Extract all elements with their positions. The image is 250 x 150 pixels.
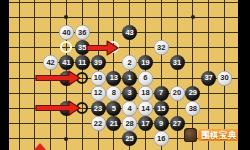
left-letterbox-bar bbox=[0, 0, 9, 150]
move-arrow bbox=[36, 100, 82, 116]
stone-28[interactable]: 28 bbox=[122, 116, 137, 131]
stone-20[interactable]: 20 bbox=[170, 86, 185, 101]
stone-number: 30 bbox=[220, 74, 228, 82]
stone-4[interactable]: 4 bbox=[122, 101, 137, 116]
stone-number: 23 bbox=[94, 105, 102, 113]
stone-number: 25 bbox=[125, 135, 133, 143]
stone-6[interactable]: 6 bbox=[138, 71, 153, 86]
stone-number: 42 bbox=[46, 59, 54, 67]
stone-16[interactable]: 16 bbox=[154, 131, 169, 146]
stone-21[interactable]: 21 bbox=[106, 116, 121, 131]
stone-29[interactable]: 29 bbox=[185, 86, 200, 101]
stone-10[interactable]: 10 bbox=[91, 71, 106, 86]
stone-23[interactable]: 23 bbox=[91, 101, 106, 116]
stone-number: 43 bbox=[125, 29, 133, 37]
stone-number: 37 bbox=[204, 74, 212, 82]
stone-number: 19 bbox=[141, 59, 149, 67]
stone-22[interactable]: 22 bbox=[91, 116, 106, 131]
stone-number: 31 bbox=[173, 59, 181, 67]
move-arrow bbox=[87, 40, 120, 56]
stone-number: 20 bbox=[173, 89, 181, 97]
grid-line bbox=[9, 2, 238, 3]
stone-8[interactable]: 8 bbox=[106, 86, 121, 101]
stone-number: 17 bbox=[141, 120, 149, 128]
stone-number: 22 bbox=[94, 120, 102, 128]
stone-19[interactable]: 19 bbox=[138, 55, 153, 70]
stone-number: 12 bbox=[94, 89, 102, 97]
stone-number: 41 bbox=[62, 59, 70, 67]
stone-2[interactable]: 2 bbox=[122, 55, 137, 70]
stone-number: 14 bbox=[141, 105, 149, 113]
stone-7[interactable]: 7 bbox=[154, 86, 169, 101]
stone-number: 13 bbox=[110, 74, 118, 82]
star-point bbox=[64, 15, 68, 19]
stone-number: 8 bbox=[112, 89, 116, 97]
stone-number: 10 bbox=[94, 74, 102, 82]
app-watermark: 围棋宝典 bbox=[184, 128, 240, 142]
stone-30[interactable]: 30 bbox=[217, 71, 232, 86]
grid-line bbox=[19, 0, 20, 150]
stone-14[interactable]: 14 bbox=[138, 101, 153, 116]
stone-number: 4 bbox=[128, 105, 132, 113]
stone-number: 39 bbox=[94, 59, 102, 67]
partial-arrow-icon bbox=[33, 143, 47, 150]
stone-number: 40 bbox=[62, 29, 70, 37]
stone-number: 32 bbox=[157, 44, 165, 52]
stone-1[interactable]: 1 bbox=[122, 71, 137, 86]
stone-43[interactable]: 43 bbox=[122, 25, 137, 40]
stone-number: 5 bbox=[112, 105, 116, 113]
stone-36[interactable]: 36 bbox=[75, 25, 90, 40]
stone-number: 35 bbox=[78, 44, 86, 52]
stone-number: 38 bbox=[189, 105, 197, 113]
stone-38[interactable]: 38 bbox=[185, 101, 200, 116]
stone-39[interactable]: 39 bbox=[91, 55, 106, 70]
stone-41[interactable]: 41 bbox=[59, 55, 74, 70]
grid-line bbox=[9, 47, 238, 48]
move-arrow bbox=[36, 70, 82, 86]
stone-25[interactable]: 25 bbox=[122, 131, 137, 146]
stone-37[interactable]: 37 bbox=[201, 71, 216, 86]
stone-13[interactable]: 13 bbox=[106, 71, 121, 86]
stone-number: 29 bbox=[189, 89, 197, 97]
stone-number: 2 bbox=[128, 59, 132, 67]
stone-number: 7 bbox=[159, 89, 163, 97]
stone-32[interactable]: 32 bbox=[154, 40, 169, 55]
stone-number: 15 bbox=[157, 105, 165, 113]
stone-number: 11 bbox=[78, 59, 86, 67]
stone-5[interactable]: 5 bbox=[106, 101, 121, 116]
stone-9[interactable]: 9 bbox=[154, 116, 169, 131]
go-board-view: 4036433532424111392193110131637301283187… bbox=[0, 0, 250, 150]
stone-number: 6 bbox=[143, 74, 147, 82]
watermark-label: 围棋宝典 bbox=[198, 129, 240, 142]
stone-number: 36 bbox=[78, 29, 86, 37]
stone-18[interactable]: 18 bbox=[138, 86, 153, 101]
grid-line bbox=[9, 17, 238, 18]
stone-42[interactable]: 42 bbox=[43, 55, 58, 70]
stone-3[interactable]: 3 bbox=[122, 86, 137, 101]
star-point bbox=[191, 15, 195, 19]
stone-40[interactable]: 40 bbox=[59, 25, 74, 40]
stone-number: 21 bbox=[110, 120, 118, 128]
stone-number: 28 bbox=[125, 120, 133, 128]
stone-number: 27 bbox=[173, 120, 181, 128]
stone-number: 18 bbox=[141, 89, 149, 97]
stone-number: 16 bbox=[157, 135, 165, 143]
stone-31[interactable]: 31 bbox=[170, 55, 185, 70]
stone-12[interactable]: 12 bbox=[91, 86, 106, 101]
ko-marker-ring[interactable] bbox=[60, 41, 72, 53]
stone-15[interactable]: 15 bbox=[154, 101, 169, 116]
stone-17[interactable]: 17 bbox=[138, 116, 153, 131]
stone-number: 1 bbox=[128, 74, 132, 82]
stone-number: 3 bbox=[128, 89, 132, 97]
star-point bbox=[64, 137, 68, 141]
right-letterbox-bar bbox=[238, 0, 250, 150]
stone-11[interactable]: 11 bbox=[75, 55, 90, 70]
watermark-mascot-icon bbox=[184, 128, 197, 142]
stone-number: 9 bbox=[159, 120, 163, 128]
stone-27[interactable]: 27 bbox=[170, 116, 185, 131]
